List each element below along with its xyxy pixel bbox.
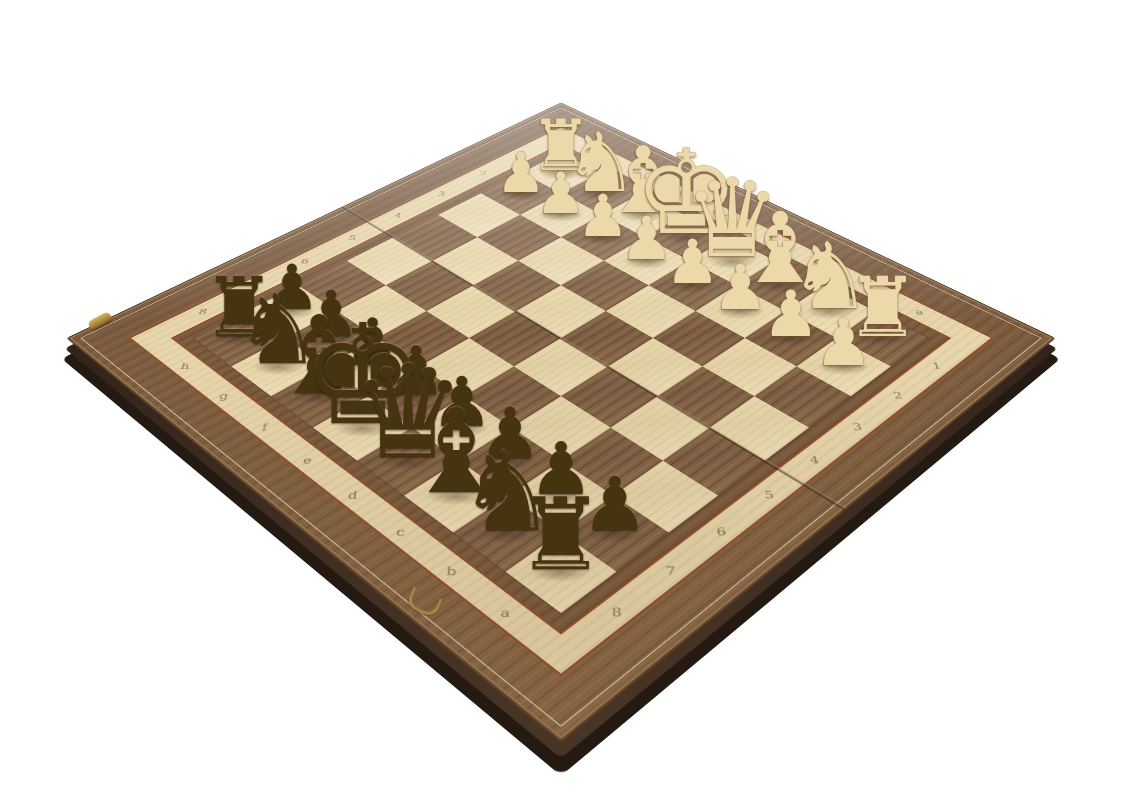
square-c5[interactable] — [561, 366, 658, 427]
rank-label-4: 4 — [794, 436, 835, 484]
chess-set-photo-scene: abcdefgh abcdefgh 87654321 87654321 ♜♞♝♛… — [0, 0, 1146, 800]
square-d5[interactable] — [514, 338, 608, 396]
rank-label-3: 3 — [837, 404, 878, 450]
square-b5[interactable] — [611, 396, 710, 460]
white-pawn-a2[interactable]: ♟ — [811, 310, 876, 375]
file-label-c: c — [361, 520, 440, 543]
rank-label-3: 3 — [427, 179, 455, 209]
rank-label-2: 2 — [878, 374, 920, 417]
square-c4[interactable] — [608, 338, 702, 396]
square-b4[interactable] — [658, 366, 755, 427]
file-label-g: g — [187, 386, 261, 405]
rank-label-4: 4 — [383, 200, 413, 231]
rank-label-6: 6 — [702, 505, 741, 559]
file-label-a: a — [464, 599, 546, 625]
file-label-h: h — [149, 357, 221, 375]
square-a5[interactable] — [663, 428, 765, 496]
square-a4[interactable] — [710, 396, 809, 460]
rank-label-5: 5 — [749, 470, 789, 521]
rank-label-7: 7 — [652, 543, 690, 600]
black-rook-a8[interactable]: ♜ — [511, 485, 611, 585]
rank-label-1: 1 — [916, 346, 958, 387]
file-label-b: b — [411, 559, 491, 584]
file-label-f: f — [227, 417, 302, 437]
